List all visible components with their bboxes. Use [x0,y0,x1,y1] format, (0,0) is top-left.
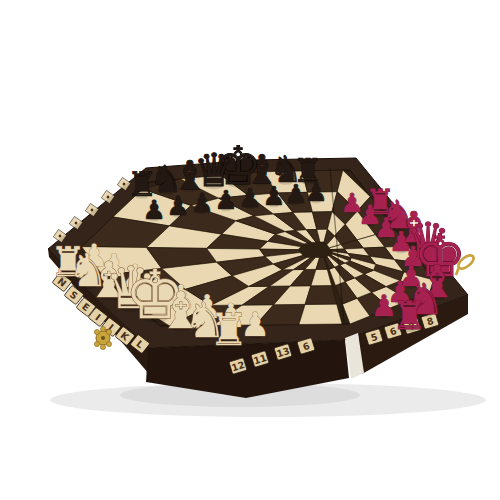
white-rook: ♜ [209,304,248,355]
black-pawn: ♟ [304,177,327,207]
black-pawn: ♟ [142,194,166,225]
black-pawn: ♟ [190,188,214,218]
black-pawn: ♟ [284,179,307,209]
three-player-chess-board: NSEIJKL12111365678♞♜♝♚♛♝♞♜♟♟♟♟♟♟♟♜♟♟♟♞♟♝… [0,0,500,500]
three-player-chess-set: NSEIJKL12111365678♞♜♝♚♛♝♞♜♟♟♟♟♟♟♟♜♟♟♟♞♟♝… [0,0,500,500]
black-pawn: ♟ [238,183,261,213]
red-rook: ♜ [391,293,426,338]
brass-clasp [94,326,111,349]
black-pawn: ♟ [262,181,285,211]
product-photo: Three-Player Chess NSEIJKL12111365678♞♜♝… [0,0,500,500]
black-pawn: ♟ [214,185,237,215]
black-pawn: ♟ [166,191,190,221]
